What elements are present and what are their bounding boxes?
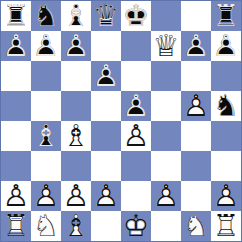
square-a8[interactable] [1, 1, 31, 31]
square-b7[interactable] [31, 31, 61, 61]
square-e3[interactable] [121, 151, 151, 181]
piece-black-pawn[interactable] [61, 31, 91, 61]
piece-white-rook[interactable] [211, 211, 241, 241]
piece-black-knight[interactable] [211, 91, 241, 121]
square-f1[interactable] [151, 211, 181, 241]
square-h2[interactable] [211, 181, 241, 211]
piece-black-knight[interactable] [31, 1, 61, 31]
piece-white-pawn[interactable] [151, 181, 181, 211]
square-d5[interactable] [91, 91, 121, 121]
square-f3[interactable] [151, 151, 181, 181]
square-g7[interactable] [181, 31, 211, 61]
piece-white-knight[interactable] [31, 211, 61, 241]
square-h7[interactable] [211, 31, 241, 61]
square-d6[interactable] [91, 61, 121, 91]
piece-white-king[interactable] [121, 211, 151, 241]
piece-white-bishop[interactable] [61, 211, 91, 241]
square-b8[interactable] [31, 1, 61, 31]
square-g5[interactable] [181, 91, 211, 121]
square-e2[interactable] [121, 181, 151, 211]
square-h5[interactable] [211, 91, 241, 121]
piece-white-pawn[interactable] [61, 181, 91, 211]
piece-black-king[interactable] [121, 1, 151, 31]
square-c2[interactable] [61, 181, 91, 211]
chess-board-frame [0, 0, 242, 242]
square-f8[interactable] [151, 1, 181, 31]
square-f7[interactable] [151, 31, 181, 61]
square-g6[interactable] [181, 61, 211, 91]
square-e8[interactable] [121, 1, 151, 31]
square-b5[interactable] [31, 91, 61, 121]
square-c6[interactable] [61, 61, 91, 91]
square-e5[interactable] [121, 91, 151, 121]
square-d3[interactable] [91, 151, 121, 181]
square-a6[interactable] [1, 61, 31, 91]
square-g4[interactable] [181, 121, 211, 151]
square-a2[interactable] [1, 181, 31, 211]
square-h3[interactable] [211, 151, 241, 181]
piece-white-rook[interactable] [1, 211, 31, 241]
square-g3[interactable] [181, 151, 211, 181]
chess-board [1, 1, 241, 241]
square-b4[interactable] [31, 121, 61, 151]
square-d1[interactable] [91, 211, 121, 241]
piece-black-pawn[interactable] [121, 91, 151, 121]
square-b6[interactable] [31, 61, 61, 91]
piece-black-queen[interactable] [91, 1, 121, 31]
square-h1[interactable] [211, 211, 241, 241]
square-d8[interactable] [91, 1, 121, 31]
square-c7[interactable] [61, 31, 91, 61]
square-c3[interactable] [61, 151, 91, 181]
square-e6[interactable] [121, 61, 151, 91]
square-a1[interactable] [1, 211, 31, 241]
square-g2[interactable] [181, 181, 211, 211]
square-f4[interactable] [151, 121, 181, 151]
square-h4[interactable] [211, 121, 241, 151]
square-e1[interactable] [121, 211, 151, 241]
piece-black-pawn[interactable] [91, 61, 121, 91]
piece-white-pawn[interactable] [31, 181, 61, 211]
square-d4[interactable] [91, 121, 121, 151]
square-a3[interactable] [1, 151, 31, 181]
piece-black-bishop[interactable] [31, 121, 61, 151]
square-a7[interactable] [1, 31, 31, 61]
piece-black-pawn[interactable] [211, 31, 241, 61]
square-f6[interactable] [151, 61, 181, 91]
square-d2[interactable] [91, 181, 121, 211]
piece-black-rook[interactable] [211, 1, 241, 31]
square-f2[interactable] [151, 181, 181, 211]
square-a5[interactable] [1, 91, 31, 121]
square-b1[interactable] [31, 211, 61, 241]
piece-white-knight[interactable] [181, 211, 211, 241]
square-c8[interactable] [61, 1, 91, 31]
square-g8[interactable] [181, 1, 211, 31]
piece-black-rook[interactable] [1, 1, 31, 31]
piece-white-pawn[interactable] [121, 121, 151, 151]
square-c1[interactable] [61, 211, 91, 241]
square-b3[interactable] [31, 151, 61, 181]
square-b2[interactable] [31, 181, 61, 211]
square-c4[interactable] [61, 121, 91, 151]
square-h6[interactable] [211, 61, 241, 91]
piece-white-pawn[interactable] [91, 181, 121, 211]
square-d7[interactable] [91, 31, 121, 61]
square-h8[interactable] [211, 1, 241, 31]
square-e4[interactable] [121, 121, 151, 151]
piece-black-pawn[interactable] [1, 31, 31, 61]
square-g1[interactable] [181, 211, 211, 241]
piece-white-pawn[interactable] [1, 181, 31, 211]
piece-white-queen[interactable] [151, 31, 181, 61]
square-c5[interactable] [61, 91, 91, 121]
piece-black-pawn[interactable] [181, 31, 211, 61]
piece-black-pawn[interactable] [31, 31, 61, 61]
piece-black-bishop[interactable] [61, 1, 91, 31]
piece-white-pawn[interactable] [181, 91, 211, 121]
square-e7[interactable] [121, 31, 151, 61]
square-a4[interactable] [1, 121, 31, 151]
piece-white-pawn[interactable] [211, 181, 241, 211]
square-f5[interactable] [151, 91, 181, 121]
piece-white-bishop[interactable] [61, 121, 91, 151]
